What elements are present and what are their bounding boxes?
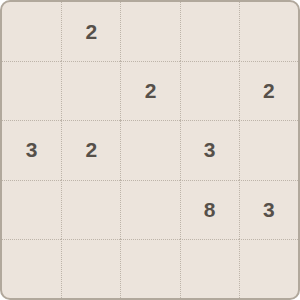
clue-cell-r2c3[interactable]: 2 <box>120 61 179 120</box>
clue-cell-r4c4[interactable]: 8 <box>180 180 239 239</box>
cell-r3c3[interactable] <box>120 120 179 179</box>
cell-r4c1[interactable] <box>2 180 61 239</box>
cell-r3c5[interactable] <box>239 120 298 179</box>
cell-r5c2[interactable] <box>61 239 120 298</box>
cell-r5c1[interactable] <box>2 239 61 298</box>
clue-cell-r3c1[interactable]: 3 <box>2 120 61 179</box>
cell-r4c3[interactable] <box>120 180 179 239</box>
cell-r1c5[interactable] <box>239 2 298 61</box>
clue-cell-r1c2[interactable]: 2 <box>61 2 120 61</box>
cell-r1c1[interactable] <box>2 2 61 61</box>
cell-r4c2[interactable] <box>61 180 120 239</box>
cell-r1c4[interactable] <box>180 2 239 61</box>
cell-r5c3[interactable] <box>120 239 179 298</box>
cell-r5c4[interactable] <box>180 239 239 298</box>
clue-cell-r2c5[interactable]: 2 <box>239 61 298 120</box>
cell-r2c4[interactable] <box>180 61 239 120</box>
cell-r2c1[interactable] <box>2 61 61 120</box>
clue-cell-r4c5[interactable]: 3 <box>239 180 298 239</box>
clue-cell-r3c2[interactable]: 2 <box>61 120 120 179</box>
cell-r2c2[interactable] <box>61 61 120 120</box>
cell-r5c5[interactable] <box>239 239 298 298</box>
cell-r1c3[interactable] <box>120 2 179 61</box>
clue-cell-r3c4[interactable]: 3 <box>180 120 239 179</box>
shikaku-board: 22232383 <box>0 0 300 300</box>
